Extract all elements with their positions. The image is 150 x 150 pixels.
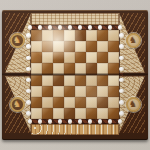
horse-medallion-icon: ♞ [10, 97, 25, 112]
corner-panel-bottom-left: ♞ [5, 76, 31, 133]
horse-medallion-icon: ♞ [126, 97, 141, 112]
hinge-seam [2, 73, 148, 76]
pearl-inlay-dot [26, 33, 31, 38]
board-square[interactable] [31, 30, 42, 41]
board-square[interactable] [64, 30, 75, 41]
pearl-inlay-dot [119, 89, 124, 94]
pearl-inlay-dot [68, 119, 73, 124]
pearl-inlay-dot [26, 89, 31, 94]
board-square[interactable] [42, 86, 53, 97]
pearl-inlay-dot [118, 119, 123, 124]
pearl-inlay-dot [78, 25, 83, 30]
pearl-inlay-dot [108, 25, 113, 30]
pearl-inlay-dot [48, 119, 53, 124]
board-square[interactable] [108, 30, 119, 41]
pearl-inlay-dot [119, 67, 124, 72]
board-square[interactable] [64, 86, 75, 97]
board-square[interactable] [108, 86, 119, 97]
board-square[interactable] [86, 75, 97, 86]
pearl-inlay-dot [28, 119, 33, 124]
board-square[interactable] [108, 41, 119, 52]
chess-case: ♞ ♞ ♞ ♞ [2, 10, 148, 140]
pearl-inlay-dot [26, 44, 31, 49]
pearl-inlay-dot [26, 78, 31, 83]
board-square[interactable] [75, 30, 86, 41]
carved-band-top [31, 13, 119, 25]
pearl-inlay-dot [26, 100, 31, 105]
board-square[interactable] [75, 86, 86, 97]
board-square[interactable] [75, 108, 86, 119]
pearl-inlay-dot [78, 119, 83, 124]
pearl-inlay-dot [26, 67, 31, 72]
board-square[interactable] [86, 97, 97, 108]
pearl-inlay-dot [38, 25, 43, 30]
board-square[interactable] [31, 52, 42, 63]
pearl-inlay-dot [58, 119, 63, 124]
pearl-inlay-dot [38, 119, 43, 124]
board-square[interactable] [53, 97, 64, 108]
pearl-inlay-dot [88, 119, 93, 124]
pearl-inlay-dot [118, 25, 123, 30]
horse-glyph: ♞ [13, 100, 21, 109]
board-square[interactable] [53, 41, 64, 52]
board-square[interactable] [31, 41, 42, 52]
board-square[interactable] [42, 108, 53, 119]
board-square[interactable] [31, 86, 42, 97]
corner-panel-top-right: ♞ [119, 13, 145, 73]
board-square[interactable] [86, 30, 97, 41]
pearl-inlay-dot [119, 100, 124, 105]
board-square[interactable] [64, 75, 75, 86]
horse-glyph: ♞ [13, 36, 21, 45]
horse-medallion-icon: ♞ [10, 33, 25, 48]
pearl-inlay-dot [26, 56, 31, 61]
board-square[interactable] [75, 97, 86, 108]
board-square[interactable] [53, 86, 64, 97]
pearl-inlay-dot [119, 78, 124, 83]
board-square[interactable] [108, 52, 119, 63]
pearl-inlay-dot [119, 56, 124, 61]
board-square[interactable] [42, 30, 53, 41]
pearl-inlay-dot [119, 44, 124, 49]
horse-glyph: ♞ [129, 36, 137, 45]
board-square[interactable] [97, 30, 108, 41]
board-square[interactable] [64, 97, 75, 108]
pearl-inlay-dot [119, 111, 124, 116]
board-square[interactable] [86, 108, 97, 119]
board-square[interactable] [53, 108, 64, 119]
board-square[interactable] [97, 41, 108, 52]
board-square[interactable] [75, 75, 86, 86]
board-square[interactable] [42, 41, 53, 52]
board-square[interactable] [108, 75, 119, 86]
pearl-inlay-dot [68, 25, 73, 30]
photo-background: ♞ ♞ ♞ ♞ [0, 0, 150, 150]
board-square[interactable] [42, 97, 53, 108]
pearl-inlay-dot [26, 111, 31, 116]
board-square[interactable] [64, 41, 75, 52]
board-square[interactable] [64, 108, 75, 119]
pearl-inlay-dot [88, 25, 93, 30]
corner-panel-bottom-right: ♞ [119, 76, 145, 133]
board-square[interactable] [75, 52, 86, 63]
board-square[interactable] [53, 30, 64, 41]
board-square[interactable] [108, 97, 119, 108]
board-square[interactable] [31, 75, 42, 86]
horse-medallion-icon: ♞ [126, 33, 141, 48]
board-square[interactable] [42, 52, 53, 63]
board-square[interactable] [53, 75, 64, 86]
board-square[interactable] [64, 52, 75, 63]
pearl-inlay-dot [119, 33, 124, 38]
board-square[interactable] [42, 75, 53, 86]
board-square[interactable] [108, 108, 119, 119]
board-square[interactable] [31, 97, 42, 108]
board-square[interactable] [86, 86, 97, 97]
pearl-inlay-dot [28, 25, 33, 30]
board-square[interactable] [75, 41, 86, 52]
pearl-inlay-dot [58, 25, 63, 30]
carved-band-bottom [31, 124, 119, 135]
board-square[interactable] [31, 108, 42, 119]
pearl-inlay-dot [48, 25, 53, 30]
horse-glyph: ♞ [129, 100, 137, 109]
pearl-inlay-dot [108, 119, 113, 124]
board-square[interactable] [97, 97, 108, 108]
board-square[interactable] [97, 86, 108, 97]
board-square[interactable] [86, 52, 97, 63]
pearl-inlay-dot [98, 119, 103, 124]
board-square[interactable] [86, 41, 97, 52]
board-square[interactable] [97, 52, 108, 63]
pearl-inlay-dot [98, 25, 103, 30]
board-square[interactable] [97, 108, 108, 119]
board-square[interactable] [53, 52, 64, 63]
board-square[interactable] [97, 75, 108, 86]
corner-panel-top-left: ♞ [5, 13, 31, 73]
